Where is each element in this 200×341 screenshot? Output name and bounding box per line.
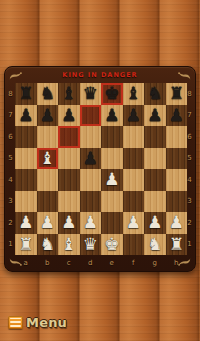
square-a1[interactable]: ♜ <box>15 234 37 256</box>
white-pawn: ♟ <box>144 212 166 234</box>
menu-button-label: Menu <box>26 315 67 330</box>
file-label: d <box>80 256 102 270</box>
square-g7[interactable]: ♟ <box>144 105 166 127</box>
file-label: b <box>37 256 59 270</box>
square-f8[interactable]: ♝ <box>123 83 145 105</box>
square-c2[interactable]: ♟ <box>58 212 80 234</box>
square-e8[interactable]: ♚ <box>101 83 123 105</box>
square-d2[interactable]: ♟ <box>80 212 102 234</box>
file-label: g <box>144 256 166 270</box>
rank-label: 5 <box>6 148 15 170</box>
square-g4[interactable] <box>144 169 166 191</box>
white-pawn: ♟ <box>15 212 37 234</box>
white-bishop: ♝ <box>37 148 59 170</box>
square-a5[interactable] <box>15 148 37 170</box>
square-e6[interactable] <box>101 126 123 148</box>
black-bishop: ♝ <box>123 83 145 105</box>
square-a6[interactable] <box>15 126 37 148</box>
rank-label: 8 <box>6 83 15 105</box>
square-f2[interactable]: ♟ <box>123 212 145 234</box>
square-d7[interactable] <box>80 105 102 127</box>
black-rook: ♜ <box>166 83 188 105</box>
white-pawn: ♟ <box>166 212 188 234</box>
square-a8[interactable]: ♜ <box>15 83 37 105</box>
black-pawn: ♟ <box>123 105 145 127</box>
square-c1[interactable]: ♝ <box>58 234 80 256</box>
menu-list-icon <box>8 316 23 329</box>
black-king: ♚ <box>101 83 123 105</box>
black-pawn: ♟ <box>101 105 123 127</box>
rank-labels-right: 87654321 <box>185 83 194 255</box>
square-d8[interactable]: ♛ <box>80 83 102 105</box>
white-pawn: ♟ <box>101 169 123 191</box>
square-c5[interactable] <box>58 148 80 170</box>
square-f3[interactable] <box>123 191 145 213</box>
square-e2[interactable] <box>101 212 123 234</box>
file-label: h <box>166 256 188 270</box>
black-queen: ♛ <box>80 83 102 105</box>
square-h2[interactable]: ♟ <box>166 212 188 234</box>
square-g5[interactable] <box>144 148 166 170</box>
rank-label: 7 <box>185 105 194 127</box>
black-pawn: ♟ <box>58 105 80 127</box>
white-rook: ♜ <box>15 234 37 256</box>
square-e3[interactable] <box>101 191 123 213</box>
square-g6[interactable] <box>144 126 166 148</box>
square-g8[interactable]: ♞ <box>144 83 166 105</box>
file-label: f <box>123 256 145 270</box>
square-b3[interactable] <box>37 191 59 213</box>
square-d5[interactable]: ♟ <box>80 148 102 170</box>
rank-label: 3 <box>185 191 194 213</box>
white-pawn: ♟ <box>58 212 80 234</box>
square-h5[interactable] <box>166 148 188 170</box>
square-f6[interactable] <box>123 126 145 148</box>
rank-label: 6 <box>185 126 194 148</box>
black-pawn: ♟ <box>80 148 102 170</box>
file-label: a <box>15 256 37 270</box>
rank-label: 2 <box>185 212 194 234</box>
square-d1[interactable]: ♛ <box>80 234 102 256</box>
square-h7[interactable]: ♟ <box>166 105 188 127</box>
black-pawn: ♟ <box>144 105 166 127</box>
square-f4[interactable] <box>123 169 145 191</box>
square-f7[interactable]: ♟ <box>123 105 145 127</box>
square-h4[interactable] <box>166 169 188 191</box>
white-bishop: ♝ <box>58 234 80 256</box>
square-a7[interactable]: ♟ <box>15 105 37 127</box>
square-d6[interactable] <box>80 126 102 148</box>
rank-label: 1 <box>185 234 194 256</box>
black-bishop: ♝ <box>58 83 80 105</box>
rank-label: 3 <box>6 191 15 213</box>
black-rook: ♜ <box>15 83 37 105</box>
black-knight: ♞ <box>144 83 166 105</box>
rank-label: 6 <box>6 126 15 148</box>
rank-label: 5 <box>185 148 194 170</box>
square-f5[interactable] <box>123 148 145 170</box>
rank-label: 1 <box>6 234 15 256</box>
square-c4[interactable] <box>58 169 80 191</box>
rank-label: 8 <box>185 83 194 105</box>
rank-labels-left: 87654321 <box>6 83 15 255</box>
menu-button[interactable]: Menu <box>8 312 67 332</box>
square-d3[interactable] <box>80 191 102 213</box>
square-f1[interactable] <box>123 234 145 256</box>
corner-ornament-icon <box>177 71 191 81</box>
square-e4[interactable]: ♟ <box>101 169 123 191</box>
square-e7[interactable]: ♟ <box>101 105 123 127</box>
white-queen: ♛ <box>80 234 102 256</box>
square-h8[interactable]: ♜ <box>166 83 188 105</box>
square-a4[interactable] <box>15 169 37 191</box>
square-h1[interactable]: ♜ <box>166 234 188 256</box>
app-screen: KING IN DANGER 87654321 ♜♞♝♛♚♝♞♜♟♟♟♟♟♟♟♝… <box>0 0 200 341</box>
rank-label: 4 <box>6 169 15 191</box>
square-c8[interactable]: ♝ <box>58 83 80 105</box>
square-g3[interactable] <box>144 191 166 213</box>
square-g1[interactable]: ♞ <box>144 234 166 256</box>
rank-label: 2 <box>6 212 15 234</box>
square-b5[interactable]: ♝ <box>37 148 59 170</box>
board-squares[interactable]: ♜♞♝♛♚♝♞♜♟♟♟♟♟♟♟♝♟♟♟♟♟♟♟♟♟♜♞♝♛♚♞♜ <box>15 83 187 255</box>
white-king: ♚ <box>101 234 123 256</box>
file-label: c <box>58 256 80 270</box>
square-b6[interactable] <box>37 126 59 148</box>
square-a3[interactable] <box>15 191 37 213</box>
square-b7[interactable]: ♟ <box>37 105 59 127</box>
chess-board-frame: KING IN DANGER 87654321 ♜♞♝♛♚♝♞♜♟♟♟♟♟♟♟♝… <box>4 66 196 272</box>
square-g2[interactable]: ♟ <box>144 212 166 234</box>
black-pawn: ♟ <box>166 105 188 127</box>
file-label: e <box>101 256 123 270</box>
status-banner: KING IN DANGER <box>5 71 195 79</box>
square-b1[interactable]: ♞ <box>37 234 59 256</box>
white-pawn: ♟ <box>37 212 59 234</box>
black-pawn: ♟ <box>37 105 59 127</box>
file-labels: abcdefgh <box>15 256 187 270</box>
corner-ornament-icon <box>9 71 23 81</box>
square-h6[interactable] <box>166 126 188 148</box>
black-pawn: ♟ <box>15 105 37 127</box>
black-knight: ♞ <box>37 83 59 105</box>
rank-label: 4 <box>185 169 194 191</box>
square-b2[interactable]: ♟ <box>37 212 59 234</box>
square-b8[interactable]: ♞ <box>37 83 59 105</box>
square-d4[interactable] <box>80 169 102 191</box>
white-pawn: ♟ <box>80 212 102 234</box>
white-rook: ♜ <box>166 234 188 256</box>
square-h3[interactable] <box>166 191 188 213</box>
square-e1[interactable]: ♚ <box>101 234 123 256</box>
square-c7[interactable]: ♟ <box>58 105 80 127</box>
square-b4[interactable] <box>37 169 59 191</box>
white-knight: ♞ <box>37 234 59 256</box>
rank-label: 7 <box>6 105 15 127</box>
square-c3[interactable] <box>58 191 80 213</box>
square-a2[interactable]: ♟ <box>15 212 37 234</box>
square-c6[interactable] <box>58 126 80 148</box>
square-e5[interactable] <box>101 148 123 170</box>
white-knight: ♞ <box>144 234 166 256</box>
white-pawn: ♟ <box>123 212 145 234</box>
